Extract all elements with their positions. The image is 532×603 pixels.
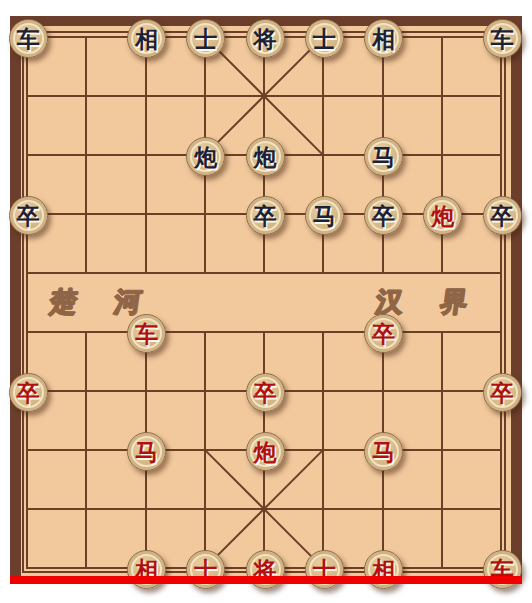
piece-glyph: 马 xyxy=(372,138,395,175)
grid-line-v xyxy=(500,36,502,569)
piece-red-pawn[interactable]: 卒 xyxy=(246,373,285,412)
piece-glyph: 相 xyxy=(372,20,395,57)
piece-black-chariot[interactable]: 车 xyxy=(9,19,48,58)
piece-glyph: 车 xyxy=(135,315,158,352)
piece-black-chariot[interactable]: 车 xyxy=(483,19,522,58)
piece-glyph: 卒 xyxy=(372,315,395,352)
piece-glyph: 马 xyxy=(313,197,336,234)
grid-line-v xyxy=(441,331,443,569)
piece-black-pawn[interactable]: 卒 xyxy=(246,196,285,235)
piece-glyph: 炮 xyxy=(254,138,277,175)
piece-glyph: 将 xyxy=(254,20,277,57)
piece-red-pawn[interactable]: 卒 xyxy=(9,373,48,412)
piece-glyph: 卒 xyxy=(254,197,277,234)
piece-black-horse[interactable]: 马 xyxy=(305,196,344,235)
turn-indicator-bar xyxy=(10,576,522,584)
piece-glyph: 车 xyxy=(491,20,514,57)
piece-glyph: 炮 xyxy=(194,138,217,175)
piece-red-pawn[interactable]: 卒 xyxy=(364,314,403,353)
piece-black-cannon[interactable]: 炮 xyxy=(186,137,225,176)
piece-glyph: 相 xyxy=(135,20,158,57)
piece-glyph: 士 xyxy=(313,20,336,57)
piece-glyph: 卒 xyxy=(254,374,277,411)
piece-glyph: 炮 xyxy=(254,433,277,470)
piece-glyph: 士 xyxy=(194,20,217,57)
grid-line-v xyxy=(26,36,28,569)
piece-glyph: 卒 xyxy=(372,197,395,234)
piece-red-horse[interactable]: 马 xyxy=(127,432,166,471)
grid-line-v xyxy=(145,36,147,274)
piece-glyph: 卒 xyxy=(491,374,514,411)
piece-black-horse[interactable]: 马 xyxy=(364,137,403,176)
piece-black-pawn[interactable]: 卒 xyxy=(9,196,48,235)
xiangqi-app: 楚 河 汉 界 车相士将士相车炮炮马卒卒马卒炮卒车卒卒卒卒马炮马相士将士相车 xyxy=(0,0,532,603)
piece-black-pawn[interactable]: 卒 xyxy=(483,196,522,235)
piece-glyph: 车 xyxy=(17,20,40,57)
piece-glyph: 马 xyxy=(135,433,158,470)
piece-red-cannon[interactable]: 炮 xyxy=(246,432,285,471)
piece-glyph: 炮 xyxy=(431,197,454,234)
piece-glyph: 马 xyxy=(372,433,395,470)
grid-line-v xyxy=(85,331,87,569)
piece-glyph: 卒 xyxy=(17,197,40,234)
piece-red-pawn[interactable]: 卒 xyxy=(483,373,522,412)
piece-black-general[interactable]: 将 xyxy=(246,19,285,58)
grid-line-v xyxy=(441,36,443,274)
piece-black-elephant[interactable]: 相 xyxy=(364,19,403,58)
piece-black-elephant[interactable]: 相 xyxy=(127,19,166,58)
piece-glyph: 卒 xyxy=(491,197,514,234)
piece-glyph: 卒 xyxy=(17,374,40,411)
piece-black-advisor[interactable]: 士 xyxy=(305,19,344,58)
piece-red-cannon[interactable]: 炮 xyxy=(423,196,462,235)
piece-black-advisor[interactable]: 士 xyxy=(186,19,225,58)
piece-black-cannon[interactable]: 炮 xyxy=(246,137,285,176)
piece-black-pawn[interactable]: 卒 xyxy=(364,196,403,235)
grid-line-v xyxy=(85,36,87,274)
piece-red-horse[interactable]: 马 xyxy=(364,432,403,471)
piece-red-chariot[interactable]: 车 xyxy=(127,314,166,353)
